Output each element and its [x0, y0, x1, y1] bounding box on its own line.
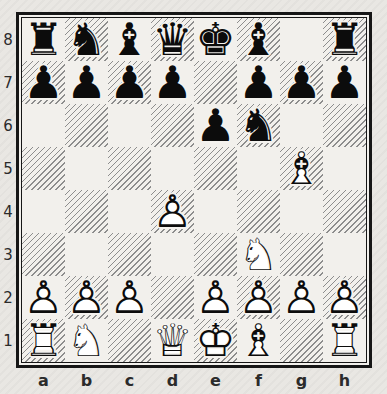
square-e5 — [194, 147, 237, 190]
black-pawn-piece: ♟ — [237, 61, 280, 104]
square-e8: ♚ — [194, 18, 237, 61]
black-pawn-piece: ♟ — [65, 61, 108, 104]
square-c1 — [108, 319, 151, 362]
square-d8: ♛ — [151, 18, 194, 61]
white-knight-piece: ♞♘ — [237, 233, 280, 276]
square-e3 — [194, 233, 237, 276]
white-pawn-piece: ♟♙ — [237, 276, 280, 319]
square-e2: ♟♙ — [194, 276, 237, 319]
square-b2: ♟♙ — [65, 276, 108, 319]
white-rook-piece: ♜♖ — [22, 319, 65, 362]
black-king-piece: ♚ — [194, 18, 237, 61]
square-d3 — [151, 233, 194, 276]
square-c5 — [108, 147, 151, 190]
rank-label-5: 5 — [0, 147, 16, 190]
square-c3 — [108, 233, 151, 276]
rank-label-1: 1 — [0, 319, 16, 362]
board-inner-border: ♜♞♝♛♚♝♜♟♟♟♟♟♟♟♟♞♝♗♟♙♞♘♟♙♟♙♟♙♟♙♟♙♟♙♟♙♜♖♞♘… — [21, 17, 367, 363]
file-label-b: b — [65, 369, 108, 391]
square-b6 — [65, 104, 108, 147]
white-pawn-piece: ♟♙ — [151, 190, 194, 233]
white-piece-outline-glyph: ♘ — [237, 233, 280, 276]
chess-diagram: 87654321 ♜♞♝♛♚♝♜♟♟♟♟♟♟♟♟♞♝♗♟♙♞♘♟♙♟♙♟♙♟♙♟… — [0, 0, 387, 394]
square-b3 — [65, 233, 108, 276]
square-d5 — [151, 147, 194, 190]
square-e6: ♟ — [194, 104, 237, 147]
square-a7: ♟ — [22, 61, 65, 104]
black-piece-glyph: ♟ — [65, 61, 108, 104]
black-piece-glyph: ♟ — [237, 61, 280, 104]
square-b8: ♞ — [65, 18, 108, 61]
file-label-g: g — [280, 369, 323, 391]
square-a8: ♜ — [22, 18, 65, 61]
square-h1: ♜♖ — [323, 319, 366, 362]
square-a1: ♜♖ — [22, 319, 65, 362]
square-h3 — [323, 233, 366, 276]
white-piece-outline-glyph: ♙ — [194, 276, 237, 319]
black-pawn-piece: ♟ — [22, 61, 65, 104]
white-piece-outline-glyph: ♙ — [22, 276, 65, 319]
square-f4 — [237, 190, 280, 233]
square-g1 — [280, 319, 323, 362]
square-e1: ♚♔ — [194, 319, 237, 362]
square-f5 — [237, 147, 280, 190]
white-piece-outline-glyph: ♗ — [280, 147, 323, 190]
black-piece-glyph: ♞ — [237, 104, 280, 147]
black-rook-piece: ♜ — [22, 18, 65, 61]
square-b1: ♞♘ — [65, 319, 108, 362]
white-pawn-piece: ♟♙ — [280, 276, 323, 319]
square-c4 — [108, 190, 151, 233]
square-b7: ♟ — [65, 61, 108, 104]
white-piece-outline-glyph: ♘ — [65, 319, 108, 362]
square-h7: ♟ — [323, 61, 366, 104]
white-pawn-piece: ♟♙ — [108, 276, 151, 319]
white-bishop-piece: ♝♗ — [237, 319, 280, 362]
square-c6 — [108, 104, 151, 147]
black-piece-glyph: ♟ — [194, 104, 237, 147]
black-pawn-piece: ♟ — [108, 61, 151, 104]
square-f6: ♞ — [237, 104, 280, 147]
square-f7: ♟ — [237, 61, 280, 104]
rank-label-7: 7 — [0, 61, 16, 104]
square-g3 — [280, 233, 323, 276]
square-e7 — [194, 61, 237, 104]
black-piece-glyph: ♞ — [65, 18, 108, 61]
square-a2: ♟♙ — [22, 276, 65, 319]
white-piece-outline-glyph: ♙ — [323, 276, 366, 319]
file-label-h: h — [323, 369, 366, 391]
black-rook-piece: ♜ — [323, 18, 366, 61]
white-piece-outline-glyph: ♖ — [22, 319, 65, 362]
black-piece-glyph: ♚ — [194, 18, 237, 61]
square-d1: ♛♕ — [151, 319, 194, 362]
black-piece-glyph: ♝ — [108, 18, 151, 61]
white-rook-piece: ♜♖ — [323, 319, 366, 362]
black-bishop-piece: ♝ — [108, 18, 151, 61]
square-d7: ♟ — [151, 61, 194, 104]
file-label-d: d — [151, 369, 194, 391]
white-bishop-piece: ♝♗ — [280, 147, 323, 190]
white-pawn-piece: ♟♙ — [22, 276, 65, 319]
white-knight-piece: ♞♘ — [65, 319, 108, 362]
square-c7: ♟ — [108, 61, 151, 104]
square-h6 — [323, 104, 366, 147]
square-a6 — [22, 104, 65, 147]
white-king-piece: ♚♔ — [194, 319, 237, 362]
square-e4 — [194, 190, 237, 233]
square-b5 — [65, 147, 108, 190]
file-label-a: a — [22, 369, 65, 391]
square-h8: ♜ — [323, 18, 366, 61]
square-d2 — [151, 276, 194, 319]
rank-label-6: 6 — [0, 104, 16, 147]
white-piece-outline-glyph: ♙ — [151, 190, 194, 233]
white-piece-outline-glyph: ♙ — [108, 276, 151, 319]
square-h5 — [323, 147, 366, 190]
chess-board: ♜♞♝♛♚♝♜♟♟♟♟♟♟♟♟♞♝♗♟♙♞♘♟♙♟♙♟♙♟♙♟♙♟♙♟♙♜♖♞♘… — [22, 18, 366, 362]
white-piece-outline-glyph: ♖ — [323, 319, 366, 362]
file-label-f: f — [237, 369, 280, 391]
square-c2: ♟♙ — [108, 276, 151, 319]
square-g5: ♝♗ — [280, 147, 323, 190]
square-d4: ♟♙ — [151, 190, 194, 233]
rank-labels: 87654321 — [0, 18, 16, 362]
black-piece-glyph: ♟ — [151, 61, 194, 104]
rank-label-2: 2 — [0, 276, 16, 319]
square-f3: ♞♘ — [237, 233, 280, 276]
white-piece-outline-glyph: ♔ — [194, 319, 237, 362]
rank-label-4: 4 — [0, 190, 16, 233]
black-piece-glyph: ♜ — [323, 18, 366, 61]
white-piece-outline-glyph: ♙ — [280, 276, 323, 319]
black-piece-glyph: ♝ — [237, 18, 280, 61]
square-f8: ♝ — [237, 18, 280, 61]
square-h4 — [323, 190, 366, 233]
white-piece-outline-glyph: ♕ — [151, 319, 194, 362]
square-g8 — [280, 18, 323, 61]
black-knight-piece: ♞ — [237, 104, 280, 147]
rank-label-3: 3 — [0, 233, 16, 276]
file-labels: abcdefgh — [22, 369, 366, 391]
white-piece-outline-glyph: ♙ — [65, 276, 108, 319]
black-piece-glyph: ♟ — [323, 61, 366, 104]
square-b4 — [65, 190, 108, 233]
white-queen-piece: ♛♕ — [151, 319, 194, 362]
black-knight-piece: ♞ — [65, 18, 108, 61]
black-piece-glyph: ♟ — [108, 61, 151, 104]
square-h2: ♟♙ — [323, 276, 366, 319]
black-pawn-piece: ♟ — [323, 61, 366, 104]
square-d6 — [151, 104, 194, 147]
white-piece-outline-glyph: ♙ — [237, 276, 280, 319]
white-pawn-piece: ♟♙ — [323, 276, 366, 319]
square-a4 — [22, 190, 65, 233]
black-piece-glyph: ♟ — [22, 61, 65, 104]
board-frame: ♜♞♝♛♚♝♜♟♟♟♟♟♟♟♟♞♝♗♟♙♞♘♟♙♟♙♟♙♟♙♟♙♟♙♟♙♜♖♞♘… — [16, 12, 372, 368]
white-piece-outline-glyph: ♗ — [237, 319, 280, 362]
black-piece-glyph: ♛ — [151, 18, 194, 61]
black-pawn-piece: ♟ — [151, 61, 194, 104]
white-pawn-piece: ♟♙ — [194, 276, 237, 319]
black-bishop-piece: ♝ — [237, 18, 280, 61]
file-label-e: e — [194, 369, 237, 391]
square-g6 — [280, 104, 323, 147]
square-g7: ♟ — [280, 61, 323, 104]
black-pawn-piece: ♟ — [194, 104, 237, 147]
square-f1: ♝♗ — [237, 319, 280, 362]
black-piece-glyph: ♜ — [22, 18, 65, 61]
square-f2: ♟♙ — [237, 276, 280, 319]
square-c8: ♝ — [108, 18, 151, 61]
white-pawn-piece: ♟♙ — [65, 276, 108, 319]
square-a3 — [22, 233, 65, 276]
square-g4 — [280, 190, 323, 233]
black-piece-glyph: ♟ — [280, 61, 323, 104]
square-g2: ♟♙ — [280, 276, 323, 319]
black-queen-piece: ♛ — [151, 18, 194, 61]
square-a5 — [22, 147, 65, 190]
file-label-c: c — [108, 369, 151, 391]
black-pawn-piece: ♟ — [280, 61, 323, 104]
rank-label-8: 8 — [0, 18, 16, 61]
